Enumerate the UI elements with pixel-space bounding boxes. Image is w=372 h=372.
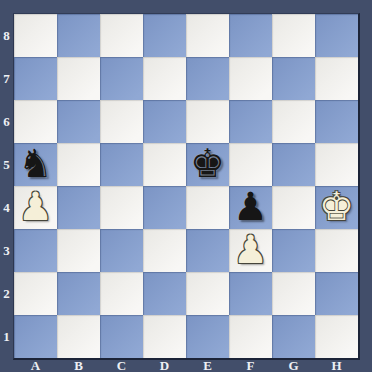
square-b8[interactable]	[57, 14, 100, 57]
square-d2[interactable]	[143, 272, 186, 315]
square-b5[interactable]	[57, 143, 100, 186]
square-f5[interactable]	[229, 143, 272, 186]
square-a7[interactable]	[14, 57, 57, 100]
file-label-e: E	[186, 359, 229, 372]
square-e4[interactable]	[186, 186, 229, 229]
square-d7[interactable]	[143, 57, 186, 100]
square-c7[interactable]	[100, 57, 143, 100]
square-g8[interactable]	[272, 14, 315, 57]
square-d4[interactable]	[143, 186, 186, 229]
square-a8[interactable]	[14, 14, 57, 57]
square-f1[interactable]	[229, 315, 272, 358]
square-g5[interactable]	[272, 143, 315, 186]
square-c8[interactable]	[100, 14, 143, 57]
file-label-f: F	[229, 359, 272, 372]
file-label-h: H	[315, 359, 358, 372]
square-e5[interactable]: ♚	[186, 143, 229, 186]
square-d6[interactable]	[143, 100, 186, 143]
piece-white-pawn[interactable]: ♟	[18, 187, 53, 226]
square-a4[interactable]: ♟	[14, 186, 57, 229]
square-e8[interactable]	[186, 14, 229, 57]
square-c3[interactable]	[100, 229, 143, 272]
rank-label-3: 3	[0, 229, 13, 272]
rank-label-2: 2	[0, 272, 13, 315]
rank-label-8: 8	[0, 14, 13, 57]
piece-black-knight[interactable]: ♞	[18, 144, 53, 183]
square-e1[interactable]	[186, 315, 229, 358]
square-h1[interactable]	[315, 315, 358, 358]
square-c5[interactable]	[100, 143, 143, 186]
square-g3[interactable]	[272, 229, 315, 272]
rank-label-7: 7	[0, 57, 13, 100]
rank-label-6: 6	[0, 100, 13, 143]
square-e7[interactable]	[186, 57, 229, 100]
square-g6[interactable]	[272, 100, 315, 143]
square-b6[interactable]	[57, 100, 100, 143]
square-c4[interactable]	[100, 186, 143, 229]
square-g2[interactable]	[272, 272, 315, 315]
square-g4[interactable]	[272, 186, 315, 229]
square-c2[interactable]	[100, 272, 143, 315]
square-h4[interactable]: ♚	[315, 186, 358, 229]
square-g1[interactable]	[272, 315, 315, 358]
square-b3[interactable]	[57, 229, 100, 272]
file-label-a: A	[14, 359, 57, 372]
square-f2[interactable]	[229, 272, 272, 315]
square-h8[interactable]	[315, 14, 358, 57]
square-d8[interactable]	[143, 14, 186, 57]
chess-board: ♞♚♟♟♚♟ 87654321ABCDEFGH	[0, 0, 372, 372]
square-b1[interactable]	[57, 315, 100, 358]
square-e6[interactable]	[186, 100, 229, 143]
file-label-b: B	[57, 359, 100, 372]
square-f6[interactable]	[229, 100, 272, 143]
square-a2[interactable]	[14, 272, 57, 315]
square-b7[interactable]	[57, 57, 100, 100]
square-h6[interactable]	[315, 100, 358, 143]
square-h7[interactable]	[315, 57, 358, 100]
square-f8[interactable]	[229, 14, 272, 57]
rank-label-4: 4	[0, 186, 13, 229]
square-e2[interactable]	[186, 272, 229, 315]
square-f4[interactable]: ♟	[229, 186, 272, 229]
square-d3[interactable]	[143, 229, 186, 272]
square-h2[interactable]	[315, 272, 358, 315]
file-label-c: C	[100, 359, 143, 372]
board-grid: ♞♚♟♟♚♟	[13, 13, 360, 360]
piece-black-king[interactable]: ♚	[190, 144, 225, 183]
rank-label-1: 1	[0, 315, 13, 358]
square-f7[interactable]	[229, 57, 272, 100]
square-a1[interactable]	[14, 315, 57, 358]
square-a5[interactable]: ♞	[14, 143, 57, 186]
square-c1[interactable]	[100, 315, 143, 358]
square-d1[interactable]	[143, 315, 186, 358]
square-b2[interactable]	[57, 272, 100, 315]
square-a6[interactable]	[14, 100, 57, 143]
square-c6[interactable]	[100, 100, 143, 143]
square-d5[interactable]	[143, 143, 186, 186]
piece-black-pawn[interactable]: ♟	[233, 187, 268, 226]
rank-label-5: 5	[0, 143, 13, 186]
square-g7[interactable]	[272, 57, 315, 100]
square-h5[interactable]	[315, 143, 358, 186]
square-h3[interactable]	[315, 229, 358, 272]
square-a3[interactable]	[14, 229, 57, 272]
file-label-d: D	[143, 359, 186, 372]
piece-white-king[interactable]: ♚	[319, 187, 354, 226]
square-f3[interactable]: ♟	[229, 229, 272, 272]
file-label-g: G	[272, 359, 315, 372]
square-b4[interactable]	[57, 186, 100, 229]
square-e3[interactable]	[186, 229, 229, 272]
piece-white-pawn[interactable]: ♟	[233, 230, 268, 269]
